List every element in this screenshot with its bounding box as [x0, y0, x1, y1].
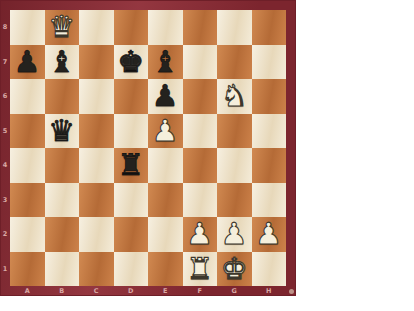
rank-label-5: 5	[0, 114, 10, 149]
file-label-b: B	[45, 286, 80, 296]
piece-white-knight[interactable]: ♞	[221, 79, 248, 114]
square-a8[interactable]	[10, 10, 45, 45]
square-h2[interactable]: ♟	[252, 217, 287, 252]
square-d1[interactable]	[114, 252, 149, 287]
square-e7[interactable]: ♝	[148, 45, 183, 80]
square-g8[interactable]	[217, 10, 252, 45]
square-e4[interactable]	[148, 148, 183, 183]
rank-label-2: 2	[0, 217, 10, 252]
square-h1[interactable]	[252, 252, 287, 287]
square-a4[interactable]	[10, 148, 45, 183]
square-h5[interactable]	[252, 114, 287, 149]
square-c1[interactable]	[79, 252, 114, 287]
file-label-f: F	[183, 286, 218, 296]
rank-label-7: 7	[0, 45, 10, 80]
square-b2[interactable]	[45, 217, 80, 252]
rank-label-3: 3	[0, 183, 10, 218]
square-f8[interactable]	[183, 10, 218, 45]
chess-board: ♛♟♝♚♝♟♞♛♟♜♟♟♟♜♚ 87654321 ABCDEFGH	[0, 0, 296, 296]
square-f6[interactable]	[183, 79, 218, 114]
square-e1[interactable]	[148, 252, 183, 287]
file-label-g: G	[217, 286, 252, 296]
square-c8[interactable]	[79, 10, 114, 45]
rank-label-6: 6	[0, 79, 10, 114]
square-e5[interactable]: ♟	[148, 114, 183, 149]
piece-white-pawn[interactable]: ♟	[186, 217, 213, 252]
square-f3[interactable]	[183, 183, 218, 218]
square-g5[interactable]	[217, 114, 252, 149]
piece-white-pawn[interactable]: ♟	[255, 217, 282, 252]
square-d7[interactable]: ♚	[114, 45, 149, 80]
board-squares: ♛♟♝♚♝♟♞♛♟♜♟♟♟♜♚	[10, 10, 286, 286]
square-b6[interactable]	[45, 79, 80, 114]
square-b3[interactable]	[45, 183, 80, 218]
square-g2[interactable]: ♟	[217, 217, 252, 252]
square-b8[interactable]: ♛	[45, 10, 80, 45]
piece-black-bishop[interactable]: ♝	[48, 45, 75, 80]
square-h3[interactable]	[252, 183, 287, 218]
square-g4[interactable]	[217, 148, 252, 183]
square-h4[interactable]	[252, 148, 287, 183]
file-label-h: H	[252, 286, 287, 296]
file-label-d: D	[114, 286, 149, 296]
square-e3[interactable]	[148, 183, 183, 218]
square-a5[interactable]	[10, 114, 45, 149]
square-b5[interactable]: ♛	[45, 114, 80, 149]
square-d3[interactable]	[114, 183, 149, 218]
square-e8[interactable]	[148, 10, 183, 45]
file-label-c: C	[79, 286, 114, 296]
square-d5[interactable]	[114, 114, 149, 149]
piece-white-pawn[interactable]: ♟	[152, 114, 179, 149]
square-c7[interactable]	[79, 45, 114, 80]
square-g7[interactable]	[217, 45, 252, 80]
square-f2[interactable]: ♟	[183, 217, 218, 252]
piece-white-queen[interactable]: ♛	[48, 10, 75, 45]
square-c6[interactable]	[79, 79, 114, 114]
rank-label-4: 4	[0, 148, 10, 183]
square-d4[interactable]: ♜	[114, 148, 149, 183]
page: ♛♟♝♚♝♟♞♛♟♜♟♟♟♜♚ 87654321 ABCDEFGH	[0, 0, 414, 311]
piece-black-rook[interactable]: ♜	[117, 148, 144, 183]
square-f4[interactable]	[183, 148, 218, 183]
square-e6[interactable]: ♟	[148, 79, 183, 114]
square-f1[interactable]: ♜	[183, 252, 218, 287]
square-e2[interactable]	[148, 217, 183, 252]
square-b1[interactable]	[45, 252, 80, 287]
piece-black-queen[interactable]: ♛	[48, 114, 75, 149]
square-g1[interactable]: ♚	[217, 252, 252, 287]
board-logo-dot	[289, 289, 294, 294]
square-g3[interactable]	[217, 183, 252, 218]
piece-black-pawn[interactable]: ♟	[14, 45, 41, 80]
rank-label-1: 1	[0, 252, 10, 287]
rank-label-8: 8	[0, 10, 10, 45]
piece-black-king[interactable]: ♚	[117, 45, 144, 80]
square-c4[interactable]	[79, 148, 114, 183]
square-d8[interactable]	[114, 10, 149, 45]
square-a6[interactable]	[10, 79, 45, 114]
square-d2[interactable]	[114, 217, 149, 252]
square-a1[interactable]	[10, 252, 45, 287]
square-d6[interactable]	[114, 79, 149, 114]
square-a2[interactable]	[10, 217, 45, 252]
file-label-a: A	[10, 286, 45, 296]
square-f5[interactable]	[183, 114, 218, 149]
piece-black-bishop[interactable]: ♝	[152, 45, 179, 80]
square-c2[interactable]	[79, 217, 114, 252]
file-label-e: E	[148, 286, 183, 296]
square-h8[interactable]	[252, 10, 287, 45]
square-b4[interactable]	[45, 148, 80, 183]
piece-black-pawn[interactable]: ♟	[152, 79, 179, 114]
square-a7[interactable]: ♟	[10, 45, 45, 80]
square-b7[interactable]: ♝	[45, 45, 80, 80]
square-f7[interactable]	[183, 45, 218, 80]
square-c5[interactable]	[79, 114, 114, 149]
piece-white-pawn[interactable]: ♟	[221, 217, 248, 252]
square-c3[interactable]	[79, 183, 114, 218]
square-g6[interactable]: ♞	[217, 79, 252, 114]
square-a3[interactable]	[10, 183, 45, 218]
piece-white-king[interactable]: ♚	[221, 252, 248, 287]
square-h6[interactable]	[252, 79, 287, 114]
square-h7[interactable]	[252, 45, 287, 80]
piece-white-rook[interactable]: ♜	[186, 252, 213, 287]
